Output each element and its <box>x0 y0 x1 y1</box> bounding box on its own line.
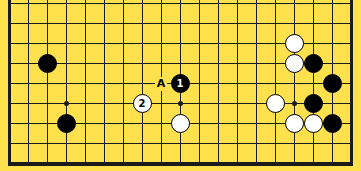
go-diagram: A12 <box>0 0 361 171</box>
star-point <box>64 101 69 106</box>
stone-white <box>285 114 304 133</box>
stone-white: 2 <box>133 94 152 113</box>
go-board[interactable]: A12 <box>0 0 361 171</box>
grid-line-h <box>8 143 353 144</box>
point-label-a: A <box>155 77 167 91</box>
stone-black <box>57 114 76 133</box>
stone-white <box>285 34 304 53</box>
stone-black <box>304 54 323 73</box>
star-point <box>292 101 297 106</box>
stone-white <box>285 54 304 73</box>
stone-black <box>304 94 323 113</box>
stone-black <box>323 114 342 133</box>
stone-white <box>266 94 285 113</box>
stone-white <box>171 114 190 133</box>
stone-black <box>38 54 57 73</box>
move-number: 2 <box>139 99 146 109</box>
stone-white <box>304 114 323 133</box>
board-edge-line-bottom <box>8 162 353 166</box>
stone-black: 1 <box>171 74 190 93</box>
star-point <box>178 101 183 106</box>
stone-black <box>323 74 342 93</box>
grid-line-h <box>8 3 353 4</box>
move-number: 1 <box>177 79 184 89</box>
grid-line-h <box>8 23 353 24</box>
